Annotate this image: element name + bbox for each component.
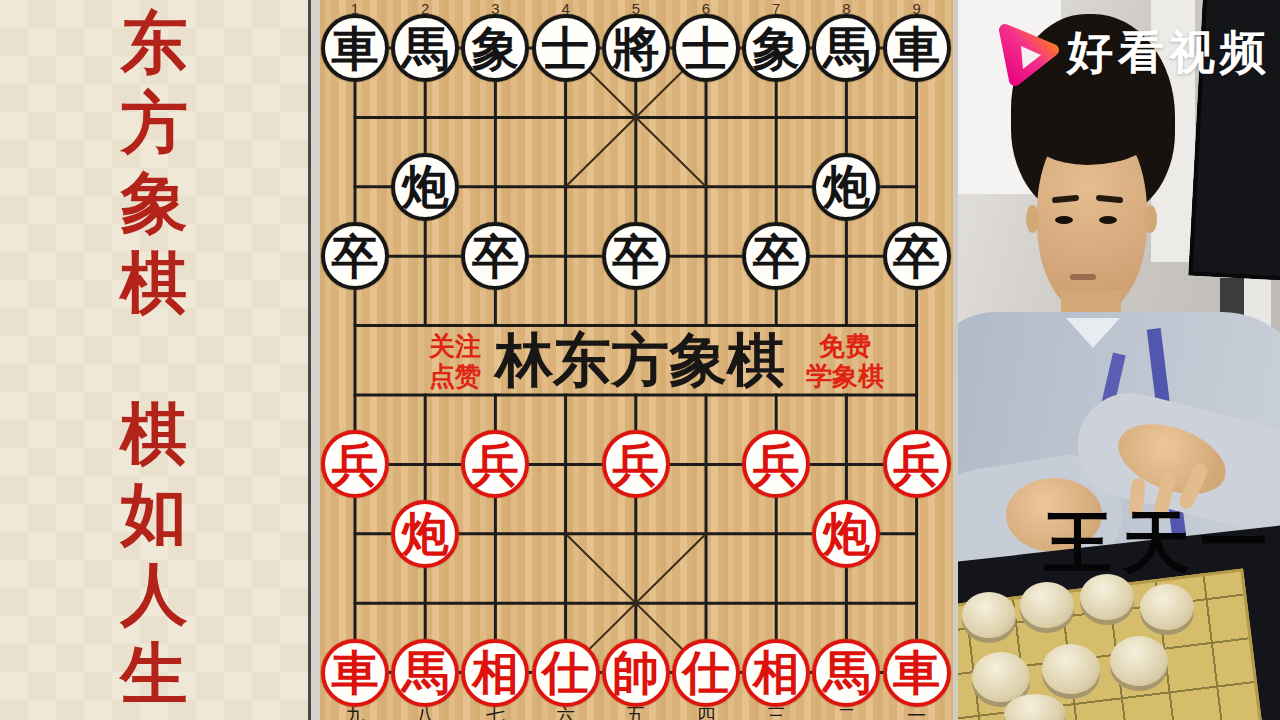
slogan-char: 象 (121, 168, 188, 237)
piece-red-f2-r7: 炮 (391, 500, 459, 568)
river-right-text: 免费 学象棋 (793, 331, 897, 391)
piece-red-f5-r6: 兵 (602, 430, 670, 498)
piece-black-f2-r2: 炮 (391, 153, 459, 221)
physical-piece (1042, 644, 1100, 694)
player-mouth (1070, 274, 1096, 280)
video-frame: 东方象棋 棋如人生 (0, 0, 1280, 720)
piece-red-f8-r9: 馬 (812, 639, 880, 707)
piece-red-f3-r9: 相 (461, 639, 529, 707)
piece-red-f9-r6: 兵 (883, 430, 951, 498)
piece-red-f1-r6: 兵 (321, 430, 389, 498)
piece-black-f6-r0: 士 (672, 14, 740, 82)
piece-black-f9-r3: 卒 (883, 222, 951, 290)
player-ear-right (1144, 205, 1157, 233)
haokan-logo: 好看视频 (995, 20, 1271, 86)
player-name-overlay: 王天一 (1044, 498, 1278, 589)
piece-red-f4-r9: 仕 (532, 639, 600, 707)
piece-black-f1-r3: 卒 (321, 222, 389, 290)
piece-black-f8-r2: 炮 (812, 153, 880, 221)
physical-piece (1110, 636, 1168, 686)
slogan-char: 人 (121, 559, 188, 628)
player-photo: 好看视频 王天一 (958, 0, 1280, 720)
piece-red-f1-r9: 車 (321, 639, 389, 707)
slogan-char: 方 (121, 88, 188, 157)
piece-red-f6-r9: 仕 (672, 639, 740, 707)
river-right-line1: 免费 (793, 331, 897, 361)
left-panel: 东方象棋 棋如人生 (0, 0, 308, 720)
board-left-gutter (311, 0, 320, 720)
piece-black-f3-r0: 象 (461, 14, 529, 82)
piece-red-f5-r9: 帥 (602, 639, 670, 707)
piece-red-f9-r9: 車 (883, 639, 951, 707)
physical-piece (962, 592, 1016, 638)
physical-piece (1140, 584, 1194, 630)
slogan-line-1: 东方象棋 (121, 8, 188, 317)
piece-red-f8-r7: 炮 (812, 500, 880, 568)
player-eye-left (1055, 216, 1073, 224)
river-center-text: 林东方象棋 (475, 327, 805, 393)
slogan-line-2: 棋如人生 (121, 399, 188, 708)
xiangqi-board: 123456789 九八七六五四三二一 关注 点赞 林东方象棋 免费 学象棋 車… (320, 0, 953, 720)
physical-piece (972, 652, 1030, 702)
slogan-char: 棋 (121, 399, 188, 468)
river-right-line2: 学象棋 (793, 361, 897, 391)
haokan-logo-text: 好看视频 (1067, 22, 1271, 84)
piece-red-f2-r9: 馬 (391, 639, 459, 707)
piece-black-f7-r3: 卒 (742, 222, 810, 290)
piece-black-f5-r0: 將 (602, 14, 670, 82)
slogan-char: 生 (121, 639, 188, 708)
piece-black-f8-r0: 馬 (812, 14, 880, 82)
piece-black-f7-r0: 象 (742, 14, 810, 82)
piece-black-f2-r0: 馬 (391, 14, 459, 82)
piece-red-f7-r9: 相 (742, 639, 810, 707)
piece-black-f9-r0: 車 (883, 14, 951, 82)
piece-black-f5-r3: 卒 (602, 222, 670, 290)
player-eye-right (1099, 216, 1117, 224)
haokan-logo-icon (995, 20, 1061, 86)
piece-black-f4-r0: 士 (532, 14, 600, 82)
player-ear-left (1026, 205, 1039, 233)
piece-black-f1-r0: 車 (321, 14, 389, 82)
slogan-char: 棋 (121, 248, 188, 317)
slogan-char: 如 (121, 479, 188, 548)
slogan-char: 东 (121, 8, 188, 77)
